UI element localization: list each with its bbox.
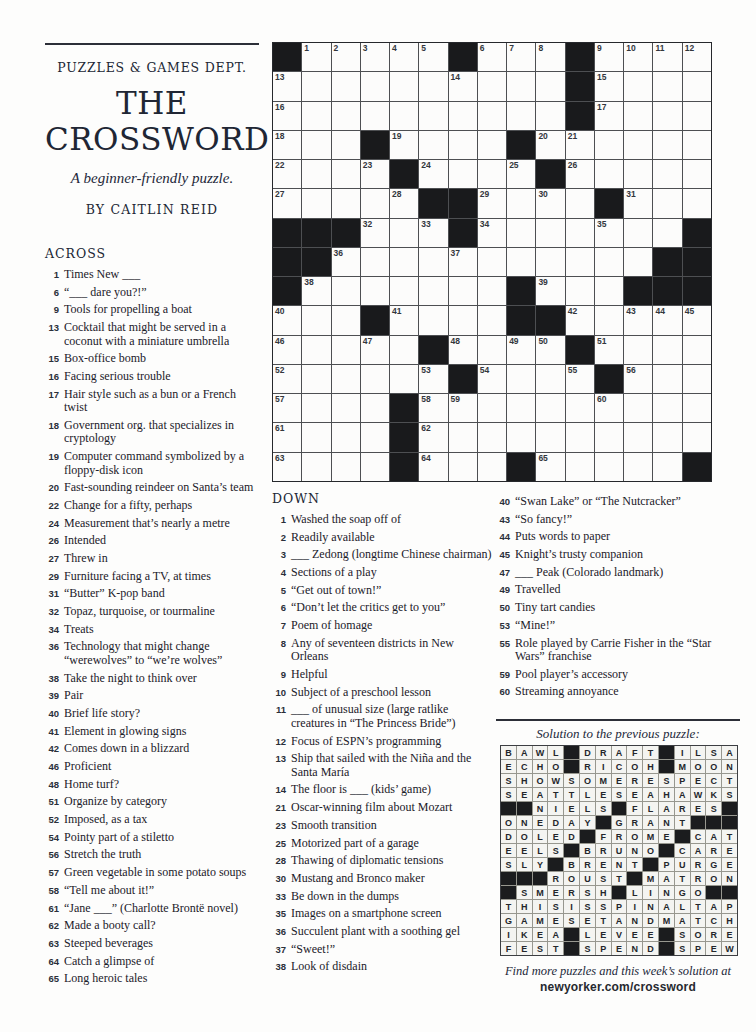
clue: 13Ship that sailed with the Niña and the…	[272, 752, 496, 779]
white-cell[interactable]	[683, 365, 711, 393]
clue: 14The floor is ___ (kids’ game)	[272, 783, 496, 797]
black-cell	[507, 306, 535, 334]
solution-letter-cell: O	[691, 760, 706, 773]
white-cell[interactable]	[449, 131, 477, 159]
clue: 51Organize by category	[45, 795, 259, 809]
clue-text: Travelled	[515, 583, 739, 597]
white-cell[interactable]	[624, 131, 652, 159]
white-cell[interactable]	[332, 160, 360, 188]
solution-letter-cell: G	[706, 858, 721, 871]
white-cell[interactable]	[478, 72, 506, 100]
white-cell[interactable]	[302, 336, 330, 364]
solution-letter-cell: I	[627, 900, 642, 913]
clue-number: 40	[45, 707, 59, 721]
white-cell[interactable]: 62	[419, 423, 447, 451]
white-cell[interactable]	[683, 423, 711, 451]
white-cell[interactable]: 56	[624, 365, 652, 393]
clue-number: 4	[272, 566, 286, 580]
solution-letter-cell: M	[533, 886, 548, 899]
white-cell[interactable]	[507, 423, 535, 451]
cell-number: 31	[626, 189, 635, 199]
white-cell[interactable]	[624, 453, 652, 481]
clue-number: 6	[45, 286, 59, 300]
white-cell[interactable]	[419, 102, 447, 130]
clue-number: 38	[45, 672, 59, 686]
white-cell[interactable]: 23	[361, 160, 389, 188]
white-cell[interactable]	[332, 277, 360, 305]
clue-number: 65	[45, 972, 59, 986]
solution-letter-cell: O	[627, 760, 642, 773]
black-cell	[390, 453, 418, 481]
cell-number: 49	[509, 336, 518, 346]
white-cell[interactable]	[302, 453, 330, 481]
white-cell[interactable]: 15	[595, 72, 623, 100]
white-cell[interactable]	[653, 131, 681, 159]
cell-number: 8	[538, 43, 543, 53]
white-cell[interactable]	[478, 306, 506, 334]
white-cell[interactable]: 7	[507, 43, 535, 71]
white-cell[interactable]	[624, 423, 652, 451]
white-cell[interactable]: 1	[302, 43, 330, 71]
white-cell[interactable]	[449, 160, 477, 188]
clue: 31“Butter” K-pop band	[45, 587, 259, 601]
black-cell	[653, 248, 681, 276]
white-cell[interactable]	[390, 72, 418, 100]
white-cell[interactable]	[361, 189, 389, 217]
white-cell[interactable]	[478, 160, 506, 188]
solution-letter-cell: E	[548, 830, 563, 843]
solution-letter-cell: A	[643, 816, 658, 829]
clue: 23Smooth transition	[272, 819, 496, 833]
white-cell[interactable]	[624, 72, 652, 100]
white-cell[interactable]: 58	[419, 394, 447, 422]
white-cell[interactable]	[683, 72, 711, 100]
clue: 1Washed the soap off of	[272, 513, 496, 527]
white-cell[interactable]	[566, 423, 594, 451]
white-cell[interactable]	[332, 394, 360, 422]
white-cell[interactable]: 53	[419, 365, 447, 393]
white-cell[interactable]	[361, 394, 389, 422]
cell-number: 51	[597, 336, 606, 346]
white-cell[interactable]	[478, 453, 506, 481]
white-cell[interactable]: 46	[273, 336, 301, 364]
clue-number: 40	[496, 495, 510, 509]
white-cell[interactable]	[624, 336, 652, 364]
solution-letter-cell: T	[501, 900, 516, 913]
white-cell[interactable]: 42	[566, 306, 594, 334]
solution-letter-cell: U	[612, 844, 627, 857]
white-cell[interactable]: 36	[332, 248, 360, 276]
white-cell[interactable]: 27	[273, 189, 301, 217]
white-cell[interactable]	[361, 453, 389, 481]
white-cell[interactable]: 40	[273, 306, 301, 334]
solution-black-cell	[548, 858, 563, 871]
white-cell[interactable]	[536, 365, 564, 393]
white-cell[interactable]: 38	[302, 277, 330, 305]
white-cell[interactable]: 44	[653, 306, 681, 334]
solution-black-cell	[659, 942, 674, 955]
clue-number: 59	[496, 668, 510, 682]
white-cell[interactable]	[361, 102, 389, 130]
white-cell[interactable]	[449, 423, 477, 451]
white-cell[interactable]	[478, 394, 506, 422]
white-cell[interactable]	[390, 277, 418, 305]
white-cell[interactable]: 47	[361, 336, 389, 364]
white-cell[interactable]	[653, 336, 681, 364]
white-cell[interactable]	[536, 219, 564, 247]
cell-number: 38	[304, 277, 313, 287]
black-cell	[566, 72, 594, 100]
clue-text: “Jane ___” (Charlotte Brontë novel)	[64, 902, 259, 916]
solution-letter-cell: D	[580, 746, 595, 759]
white-cell[interactable]	[332, 102, 360, 130]
white-cell[interactable]	[361, 248, 389, 276]
clue: 62Made a booty call?	[45, 919, 259, 933]
white-cell[interactable]	[653, 72, 681, 100]
white-cell[interactable]	[595, 277, 623, 305]
white-cell[interactable]: 64	[419, 453, 447, 481]
white-cell[interactable]	[595, 453, 623, 481]
solution-black-cell	[691, 816, 706, 829]
white-cell[interactable]: 34	[478, 219, 506, 247]
black-cell	[507, 277, 535, 305]
cell-number: 45	[685, 306, 694, 316]
white-cell[interactable]	[653, 423, 681, 451]
clue-number: 42	[45, 742, 59, 756]
white-cell[interactable]	[683, 336, 711, 364]
white-cell[interactable]: 39	[536, 277, 564, 305]
solution-letter-cell: O	[564, 872, 579, 885]
solution-letter-cell: T	[691, 900, 706, 913]
clue-number: 25	[272, 837, 286, 851]
white-cell[interactable]	[507, 72, 535, 100]
clue: 56Stretch the truth	[45, 848, 259, 862]
white-cell[interactable]	[683, 189, 711, 217]
white-cell[interactable]	[332, 453, 360, 481]
white-cell[interactable]	[478, 102, 506, 130]
solution-letter-cell: S	[533, 942, 548, 955]
white-cell[interactable]	[536, 394, 564, 422]
solution-letter-cell: E	[691, 774, 706, 787]
solution-letter-cell: E	[501, 760, 516, 773]
white-cell[interactable]: 21	[566, 131, 594, 159]
clue-number: 62	[45, 919, 59, 933]
white-cell[interactable]: 52	[273, 365, 301, 393]
solution-letter-cell: T	[612, 872, 627, 885]
solution-letter-cell: H	[596, 886, 611, 899]
clue: 44Puts words to paper	[496, 530, 741, 544]
white-cell[interactable]	[653, 453, 681, 481]
clue-number: 29	[45, 570, 59, 584]
white-cell[interactable]: 33	[419, 219, 447, 247]
white-cell[interactable]: 19	[390, 131, 418, 159]
white-cell[interactable]	[302, 160, 330, 188]
white-cell[interactable]	[332, 423, 360, 451]
clue: 35Images on a smartphone screen	[272, 907, 496, 921]
white-cell[interactable]	[302, 189, 330, 217]
solution-letter-cell: A	[722, 746, 737, 759]
white-cell[interactable]: 8	[536, 43, 564, 71]
white-cell[interactable]	[361, 277, 389, 305]
white-cell[interactable]	[595, 423, 623, 451]
clue: 63Steeped beverages	[45, 937, 259, 951]
white-cell[interactable]	[302, 394, 330, 422]
white-cell[interactable]: 32	[361, 219, 389, 247]
white-cell[interactable]	[361, 365, 389, 393]
clue: 38Take the night to think over	[45, 672, 259, 686]
white-cell[interactable]: 31	[624, 189, 652, 217]
white-cell[interactable]: 55	[566, 365, 594, 393]
white-cell[interactable]	[624, 394, 652, 422]
white-cell[interactable]	[566, 248, 594, 276]
white-cell[interactable]: 29	[478, 189, 506, 217]
white-cell[interactable]: 13	[273, 72, 301, 100]
white-cell[interactable]	[507, 248, 535, 276]
solution-letter-cell: S	[501, 858, 516, 871]
white-cell[interactable]	[683, 394, 711, 422]
solution-letter-cell: B	[501, 746, 516, 759]
white-cell[interactable]	[653, 394, 681, 422]
white-cell[interactable]	[536, 248, 564, 276]
white-cell[interactable]	[683, 102, 711, 130]
white-cell[interactable]	[390, 219, 418, 247]
white-cell[interactable]: 37	[449, 248, 477, 276]
white-cell[interactable]	[419, 131, 447, 159]
white-cell[interactable]: 60	[595, 394, 623, 422]
clue-number: 13	[45, 321, 59, 348]
white-cell[interactable]: 12	[683, 43, 711, 71]
white-cell[interactable]	[361, 72, 389, 100]
white-cell[interactable]	[419, 72, 447, 100]
white-cell[interactable]	[302, 306, 330, 334]
crossword-grid[interactable]: 1234567891011121314151617181920212223242…	[272, 42, 712, 482]
white-cell[interactable]	[302, 365, 330, 393]
white-cell[interactable]	[332, 336, 360, 364]
solution-letter-cell: S	[659, 774, 674, 787]
white-cell[interactable]	[624, 160, 652, 188]
white-cell[interactable]: 10	[624, 43, 652, 71]
white-cell[interactable]	[302, 423, 330, 451]
white-cell[interactable]	[653, 219, 681, 247]
solution-black-cell	[643, 858, 658, 871]
white-cell[interactable]	[302, 131, 330, 159]
white-cell[interactable]	[449, 102, 477, 130]
white-cell[interactable]	[332, 131, 360, 159]
white-cell[interactable]	[419, 248, 447, 276]
white-cell[interactable]	[302, 102, 330, 130]
solution-black-cell	[706, 886, 721, 899]
clue: 61“Jane ___” (Charlotte Brontë novel)	[45, 902, 259, 916]
solution-black-cell	[722, 816, 737, 829]
white-cell[interactable]	[302, 72, 330, 100]
dept-title: PUZZLES & GAMES DEPT.	[45, 60, 259, 75]
cell-number: 5	[421, 43, 426, 53]
clue: 59Pool player’s accessory	[496, 668, 741, 682]
white-cell[interactable]	[390, 336, 418, 364]
white-cell[interactable]	[478, 131, 506, 159]
white-cell[interactable]: 6	[478, 43, 506, 71]
clue-number: 53	[496, 619, 510, 633]
solution-letter-cell: S	[706, 746, 721, 759]
white-cell[interactable]	[390, 365, 418, 393]
clue: 40“Swan Lake” or “The Nutcracker”	[496, 495, 741, 509]
clue-text: Tools for propelling a boat	[64, 303, 259, 317]
white-cell[interactable]	[595, 131, 623, 159]
white-cell[interactable]: 4	[390, 43, 418, 71]
white-cell[interactable]	[507, 365, 535, 393]
white-cell[interactable]	[566, 189, 594, 217]
white-cell[interactable]	[653, 160, 681, 188]
white-cell[interactable]	[332, 365, 360, 393]
white-cell[interactable]: 61	[273, 423, 301, 451]
white-cell[interactable]	[390, 102, 418, 130]
white-cell[interactable]: 54	[478, 365, 506, 393]
solution-letter-cell: A	[659, 900, 674, 913]
white-cell[interactable]: 11	[653, 43, 681, 71]
white-cell[interactable]	[683, 160, 711, 188]
solution-letter-cell: N	[627, 844, 642, 857]
clue-number: 10	[272, 686, 286, 700]
white-cell[interactable]	[449, 453, 477, 481]
solution-letter-cell: I	[596, 760, 611, 773]
solution-letter-cell: S	[501, 774, 516, 787]
clue-text: “___ dare you?!”	[64, 286, 259, 300]
white-cell[interactable]	[595, 248, 623, 276]
white-cell[interactable]	[332, 189, 360, 217]
white-cell[interactable]: 57	[273, 394, 301, 422]
white-cell[interactable]	[507, 219, 535, 247]
white-cell[interactable]: 28	[390, 189, 418, 217]
white-cell[interactable]	[595, 160, 623, 188]
white-cell[interactable]	[536, 72, 564, 100]
white-cell[interactable]: 43	[624, 306, 652, 334]
solution-letter-cell: W	[548, 774, 563, 787]
white-cell[interactable]: 20	[536, 131, 564, 159]
clue-text: Knight’s trusty companion	[515, 548, 739, 562]
white-cell[interactable]: 59	[449, 394, 477, 422]
white-cell[interactable]: 50	[536, 336, 564, 364]
white-cell[interactable]: 16	[273, 102, 301, 130]
white-cell[interactable]: 5	[419, 43, 447, 71]
white-cell[interactable]	[449, 306, 477, 334]
white-cell[interactable]	[683, 131, 711, 159]
white-cell[interactable]: 2	[332, 43, 360, 71]
white-cell[interactable]: 41	[390, 306, 418, 334]
solution-letter-cell: R	[706, 844, 721, 857]
clue: 10Subject of a preschool lesson	[272, 686, 496, 700]
black-cell	[419, 189, 447, 217]
solution-letter-cell: H	[517, 774, 532, 787]
white-cell[interactable]: 24	[419, 160, 447, 188]
black-cell	[566, 102, 594, 130]
white-cell[interactable]	[478, 248, 506, 276]
white-cell[interactable]: 45	[683, 306, 711, 334]
white-cell[interactable]	[507, 394, 535, 422]
white-cell[interactable]	[332, 306, 360, 334]
cell-number: 20	[538, 131, 547, 141]
white-cell[interactable]	[566, 277, 594, 305]
clue-text: Pool player’s accessory	[515, 668, 739, 682]
white-cell[interactable]	[566, 219, 594, 247]
white-cell[interactable]: 63	[273, 453, 301, 481]
white-cell[interactable]	[624, 102, 652, 130]
white-cell[interactable]: 51	[595, 336, 623, 364]
white-cell[interactable]	[624, 219, 652, 247]
white-cell[interactable]: 30	[536, 189, 564, 217]
cell-number: 15	[597, 72, 606, 82]
clue-number: 34	[45, 623, 59, 637]
white-cell[interactable]	[507, 189, 535, 217]
white-cell[interactable]	[507, 102, 535, 130]
cell-number: 55	[568, 365, 577, 375]
white-cell[interactable]: 25	[507, 160, 535, 188]
white-cell[interactable]: 49	[507, 336, 535, 364]
white-cell[interactable]	[595, 306, 623, 334]
white-cell[interactable]	[566, 394, 594, 422]
black-cell	[390, 160, 418, 188]
solution-letter-cell: R	[580, 858, 595, 871]
white-cell[interactable]	[566, 453, 594, 481]
white-cell[interactable]	[653, 365, 681, 393]
white-cell[interactable]: 14	[449, 72, 477, 100]
clue-text: Puts words to paper	[515, 530, 739, 544]
white-cell[interactable]	[536, 423, 564, 451]
white-cell[interactable]: 26	[566, 160, 594, 188]
white-cell[interactable]	[361, 423, 389, 451]
black-cell	[683, 453, 711, 481]
white-cell[interactable]	[419, 306, 447, 334]
white-cell[interactable]: 35	[595, 219, 623, 247]
clue-text: Facing serious trouble	[64, 370, 259, 384]
clue-text: Treats	[64, 623, 259, 637]
white-cell[interactable]: 65	[536, 453, 564, 481]
white-cell[interactable]	[624, 248, 652, 276]
clue-number: 6	[272, 601, 286, 615]
white-cell[interactable]: 18	[273, 131, 301, 159]
clue-number: 45	[496, 548, 510, 562]
white-cell[interactable]	[536, 102, 564, 130]
white-cell[interactable]	[449, 277, 477, 305]
white-cell[interactable]: 22	[273, 160, 301, 188]
white-cell[interactable]	[390, 248, 418, 276]
clue-number: 36	[272, 925, 286, 939]
cell-number: 40	[275, 306, 284, 316]
white-cell[interactable]	[653, 102, 681, 130]
white-cell[interactable]: 9	[595, 43, 623, 71]
white-cell[interactable]	[478, 336, 506, 364]
clue-number: 43	[496, 513, 510, 527]
clue-number: 17	[45, 388, 59, 415]
solution-letter-cell: E	[548, 914, 563, 927]
white-cell[interactable]	[478, 423, 506, 451]
solution-letter-cell: L	[580, 788, 595, 801]
white-cell[interactable]: 48	[449, 336, 477, 364]
cell-number: 12	[685, 43, 694, 53]
white-cell[interactable]	[419, 277, 447, 305]
solution-letter-cell: E	[706, 942, 721, 955]
clue-text: Made a booty call?	[64, 919, 259, 933]
white-cell[interactable]: 3	[361, 43, 389, 71]
white-cell[interactable]	[653, 189, 681, 217]
clue-number: 55	[496, 637, 510, 664]
cell-number: 29	[480, 189, 489, 199]
black-cell	[449, 365, 477, 393]
white-cell[interactable]	[478, 277, 506, 305]
white-cell[interactable]: 17	[595, 102, 623, 130]
solution-letter-cell: N	[722, 872, 737, 885]
down-clue-list-col1: 1Washed the soap off of2Readily availabl…	[272, 513, 496, 974]
white-cell[interactable]	[332, 72, 360, 100]
